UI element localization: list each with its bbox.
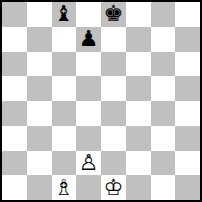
square-d6[interactable] bbox=[76, 52, 101, 77]
square-b7[interactable] bbox=[27, 27, 52, 52]
square-c5[interactable] bbox=[52, 76, 77, 101]
square-e6[interactable] bbox=[101, 52, 126, 77]
square-g1[interactable] bbox=[151, 175, 176, 200]
square-e8[interactable]: ♚ bbox=[101, 2, 126, 27]
square-h6[interactable] bbox=[175, 52, 200, 77]
square-e5[interactable] bbox=[101, 76, 126, 101]
square-b2[interactable] bbox=[27, 151, 52, 176]
chess-board: ♝♚♟♟♙♝♗♚♔ bbox=[0, 0, 202, 202]
square-g4[interactable] bbox=[151, 101, 176, 126]
square-a8[interactable] bbox=[2, 2, 27, 27]
square-d7[interactable]: ♟ bbox=[76, 27, 101, 52]
square-d1[interactable] bbox=[76, 175, 101, 200]
square-f2[interactable] bbox=[126, 151, 151, 176]
square-d5[interactable] bbox=[76, 76, 101, 101]
square-a2[interactable] bbox=[2, 151, 27, 176]
white-pawn[interactable]: ♟♙ bbox=[76, 151, 101, 176]
square-h7[interactable] bbox=[175, 27, 200, 52]
square-g7[interactable] bbox=[151, 27, 176, 52]
square-b4[interactable] bbox=[27, 101, 52, 126]
square-b5[interactable] bbox=[27, 76, 52, 101]
square-a6[interactable] bbox=[2, 52, 27, 77]
square-c2[interactable] bbox=[52, 151, 77, 176]
square-c8[interactable]: ♝ bbox=[52, 2, 77, 27]
square-b8[interactable] bbox=[27, 2, 52, 27]
square-b6[interactable] bbox=[27, 52, 52, 77]
square-g3[interactable] bbox=[151, 126, 176, 151]
square-b3[interactable] bbox=[27, 126, 52, 151]
white-king[interactable]: ♚♔ bbox=[101, 175, 126, 200]
square-h5[interactable] bbox=[175, 76, 200, 101]
square-d3[interactable] bbox=[76, 126, 101, 151]
square-f4[interactable] bbox=[126, 101, 151, 126]
square-f8[interactable] bbox=[126, 2, 151, 27]
square-a1[interactable] bbox=[2, 175, 27, 200]
square-h1[interactable] bbox=[175, 175, 200, 200]
square-d8[interactable] bbox=[76, 2, 101, 27]
square-d4[interactable] bbox=[76, 101, 101, 126]
square-h3[interactable] bbox=[175, 126, 200, 151]
square-f5[interactable] bbox=[126, 76, 151, 101]
square-f6[interactable] bbox=[126, 52, 151, 77]
square-g2[interactable] bbox=[151, 151, 176, 176]
white-pawn-outline: ♙ bbox=[76, 151, 101, 176]
square-a3[interactable] bbox=[2, 126, 27, 151]
white-king-outline: ♔ bbox=[101, 175, 126, 200]
square-f7[interactable] bbox=[126, 27, 151, 52]
square-c7[interactable] bbox=[52, 27, 77, 52]
square-a4[interactable] bbox=[2, 101, 27, 126]
square-g6[interactable] bbox=[151, 52, 176, 77]
chess-board-diagram: ♝♚♟♟♙♝♗♚♔ bbox=[0, 0, 202, 202]
black-pawn[interactable]: ♟ bbox=[76, 27, 101, 52]
square-g5[interactable] bbox=[151, 76, 176, 101]
square-c4[interactable] bbox=[52, 101, 77, 126]
square-e3[interactable] bbox=[101, 126, 126, 151]
square-a5[interactable] bbox=[2, 76, 27, 101]
square-c6[interactable] bbox=[52, 52, 77, 77]
square-e1[interactable]: ♚♔ bbox=[101, 175, 126, 200]
square-f1[interactable] bbox=[126, 175, 151, 200]
white-bishop-outline: ♗ bbox=[52, 175, 77, 200]
square-d2[interactable]: ♟♙ bbox=[76, 151, 101, 176]
square-a7[interactable] bbox=[2, 27, 27, 52]
square-e4[interactable] bbox=[101, 101, 126, 126]
black-bishop[interactable]: ♝ bbox=[52, 2, 77, 27]
square-e7[interactable] bbox=[101, 27, 126, 52]
square-h2[interactable] bbox=[175, 151, 200, 176]
square-h4[interactable] bbox=[175, 101, 200, 126]
square-c1[interactable]: ♝♗ bbox=[52, 175, 77, 200]
square-f3[interactable] bbox=[126, 126, 151, 151]
white-bishop[interactable]: ♝♗ bbox=[52, 175, 77, 200]
square-c3[interactable] bbox=[52, 126, 77, 151]
black-king[interactable]: ♚ bbox=[101, 2, 126, 27]
square-e2[interactable] bbox=[101, 151, 126, 176]
square-g8[interactable] bbox=[151, 2, 176, 27]
square-b1[interactable] bbox=[27, 175, 52, 200]
square-h8[interactable] bbox=[175, 2, 200, 27]
